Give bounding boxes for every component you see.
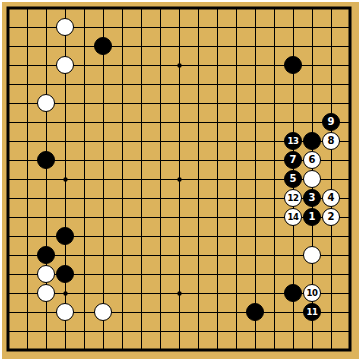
white-stone	[56, 56, 74, 74]
white-stone-move-14: 14	[284, 208, 302, 226]
white-stone-move-10: 10	[303, 284, 321, 302]
white-stone-move-2: 2	[322, 208, 340, 226]
white-stone	[303, 246, 321, 264]
white-stone	[37, 284, 55, 302]
black-stone	[37, 246, 55, 264]
white-stone-move-12: 12	[284, 189, 302, 207]
white-stone-move-4: 4	[322, 189, 340, 207]
go-board-diagram: 9138765123414121011	[0, 0, 361, 361]
black-stone-move-7: 7	[284, 151, 302, 169]
stones-layer: 9138765123414121011	[0, 0, 360, 360]
black-stone	[37, 151, 55, 169]
black-stone	[303, 132, 321, 150]
black-stone-move-13: 13	[284, 132, 302, 150]
white-stone-move-6: 6	[303, 151, 321, 169]
black-stone-move-9: 9	[322, 113, 340, 131]
black-stone	[246, 303, 264, 321]
black-stone	[284, 284, 302, 302]
black-stone	[284, 56, 302, 74]
white-stone	[37, 265, 55, 283]
black-stone-move-5: 5	[284, 170, 302, 188]
black-stone-move-1: 1	[303, 208, 321, 226]
white-stone-move-8: 8	[322, 132, 340, 150]
black-stone	[94, 37, 112, 55]
black-stone	[56, 265, 74, 283]
black-stone	[56, 227, 74, 245]
white-stone	[37, 94, 55, 112]
black-stone-move-11: 11	[303, 303, 321, 321]
white-stone	[94, 303, 112, 321]
white-stone	[56, 303, 74, 321]
black-stone-move-3: 3	[303, 189, 321, 207]
white-stone	[303, 170, 321, 188]
white-stone	[56, 18, 74, 36]
